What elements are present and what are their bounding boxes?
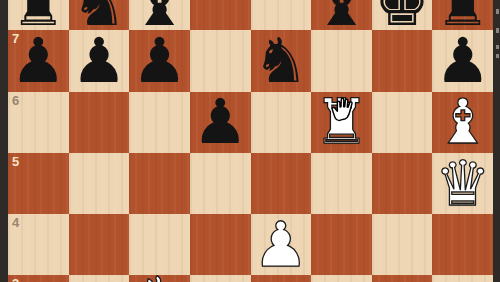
piece-black-pawn[interactable]: ♟ xyxy=(432,30,493,91)
piece-black-king[interactable]: ♚ xyxy=(372,0,433,34)
rank-label-6: 6 xyxy=(12,94,19,107)
square-b3[interactable] xyxy=(69,275,130,282)
wood-grain-overlay xyxy=(372,92,433,153)
wood-grain-overlay xyxy=(311,153,372,214)
piece-white-pawn[interactable]: ♟ xyxy=(251,214,312,275)
wood-grain-overlay xyxy=(311,214,372,275)
square-f3[interactable] xyxy=(311,275,372,282)
cut-off-text-fragment xyxy=(496,45,499,49)
square-h5[interactable]: ♛ xyxy=(432,153,493,214)
wood-grain-overlay xyxy=(190,0,251,30)
wood-grain-overlay xyxy=(190,214,251,275)
square-f8[interactable]: ♝ xyxy=(311,0,372,30)
wood-grain-overlay xyxy=(311,30,372,91)
cut-off-text-fragment xyxy=(496,54,499,58)
square-a7[interactable]: 7♟ xyxy=(8,30,69,91)
square-h7[interactable]: ♟ xyxy=(432,30,493,91)
piece-white-bishop[interactable]: ♝ xyxy=(432,92,493,153)
wood-grain-overlay xyxy=(372,30,433,91)
wood-grain-overlay xyxy=(69,92,130,153)
piece-black-pawn[interactable]: ♟ xyxy=(69,30,130,91)
square-d3[interactable] xyxy=(190,275,251,282)
wood-grain-overlay xyxy=(251,153,312,214)
wood-grain-overlay xyxy=(69,275,130,282)
square-c3[interactable]: ♞ xyxy=(129,275,190,282)
square-h4[interactable] xyxy=(432,214,493,275)
wood-grain-overlay xyxy=(372,214,433,275)
piece-white-knight[interactable]: ♞ xyxy=(129,269,190,282)
piece-black-bishop[interactable]: ♝ xyxy=(311,0,372,34)
wood-grain-overlay xyxy=(251,92,312,153)
rank-label-4: 4 xyxy=(12,216,19,229)
square-h6[interactable]: ♝ xyxy=(432,92,493,153)
square-b6[interactable] xyxy=(69,92,130,153)
square-f5[interactable] xyxy=(311,153,372,214)
rank-label-3: 3 xyxy=(12,277,19,282)
wood-grain-overlay xyxy=(69,214,130,275)
wood-grain-overlay xyxy=(190,30,251,91)
wood-grain-overlay xyxy=(432,214,493,275)
chess-board: ♜♞♝♝♚♜7♟♟♟♞♟6♟♜♝5♛4♟3♞ xyxy=(8,0,493,282)
square-f4[interactable] xyxy=(311,214,372,275)
square-g7[interactable] xyxy=(372,30,433,91)
square-e7[interactable]: ♞ xyxy=(251,30,312,91)
square-b7[interactable]: ♟ xyxy=(69,30,130,91)
wood-grain-overlay xyxy=(432,275,493,282)
square-d7[interactable] xyxy=(190,30,251,91)
piece-black-pawn[interactable]: ♟ xyxy=(129,30,190,91)
square-h3[interactable] xyxy=(432,275,493,282)
square-d5[interactable] xyxy=(190,153,251,214)
square-g6[interactable] xyxy=(372,92,433,153)
wood-grain-overlay xyxy=(190,275,251,282)
square-a5[interactable]: 5 xyxy=(8,153,69,214)
square-c6[interactable] xyxy=(129,92,190,153)
rank-label-5: 5 xyxy=(12,155,19,168)
square-b4[interactable] xyxy=(69,214,130,275)
square-f7[interactable] xyxy=(311,30,372,91)
wood-grain-overlay xyxy=(311,275,372,282)
square-a6[interactable]: 6 xyxy=(8,92,69,153)
piece-black-pawn[interactable]: ♟ xyxy=(8,30,69,91)
square-f6[interactable]: ♜ xyxy=(311,92,372,153)
piece-black-knight[interactable]: ♞ xyxy=(251,30,312,91)
square-d4[interactable] xyxy=(190,214,251,275)
wood-grain-overlay xyxy=(372,153,433,214)
piece-black-pawn[interactable]: ♟ xyxy=(190,92,251,153)
square-d6[interactable]: ♟ xyxy=(190,92,251,153)
square-c7[interactable]: ♟ xyxy=(129,30,190,91)
square-d8[interactable] xyxy=(190,0,251,30)
square-e5[interactable] xyxy=(251,153,312,214)
square-g3[interactable] xyxy=(372,275,433,282)
square-a3[interactable]: 3 xyxy=(8,275,69,282)
square-a4[interactable]: 4 xyxy=(8,214,69,275)
wood-grain-overlay xyxy=(69,153,130,214)
wood-grain-overlay xyxy=(190,153,251,214)
square-e3[interactable] xyxy=(251,275,312,282)
square-b5[interactable] xyxy=(69,153,130,214)
square-g8[interactable]: ♚ xyxy=(372,0,433,30)
square-c5[interactable] xyxy=(129,153,190,214)
square-e6[interactable] xyxy=(251,92,312,153)
square-g5[interactable] xyxy=(372,153,433,214)
chess-app-viewport: ♜♞♝♝♚♜7♟♟♟♞♟6♟♜♝5♛4♟3♞ xyxy=(0,0,500,282)
cut-off-text-fragment xyxy=(496,9,499,14)
piece-white-queen[interactable]: ♛ xyxy=(432,153,493,214)
cut-off-text-fragment xyxy=(496,28,499,33)
square-g4[interactable] xyxy=(372,214,433,275)
wood-grain-overlay xyxy=(251,275,312,282)
wood-grain-overlay xyxy=(372,275,433,282)
square-e4[interactable]: ♟ xyxy=(251,214,312,275)
piece-white-rook[interactable]: ♜ xyxy=(311,92,372,153)
wood-grain-overlay xyxy=(129,92,190,153)
wood-grain-overlay xyxy=(129,153,190,214)
